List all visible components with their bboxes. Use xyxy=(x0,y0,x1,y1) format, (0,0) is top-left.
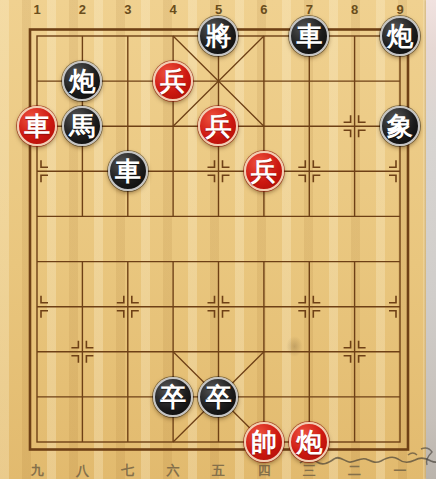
piece-black-elephant[interactable]: 象 xyxy=(380,106,420,146)
piece-black-cannon-b[interactable]: 炮 xyxy=(62,61,102,101)
file-label-bottom-6: 四 xyxy=(257,464,270,477)
piece-red-chariot[interactable]: 車 xyxy=(17,106,57,146)
file-label-bottom-8: 二 xyxy=(348,464,361,477)
piece-black-chariot-a[interactable]: 車 xyxy=(289,16,329,56)
piece-black-soldier-a[interactable]: 卒 xyxy=(153,377,193,417)
piece-black-general[interactable]: 將 xyxy=(198,16,238,56)
piece-red-soldier-b[interactable]: 兵 xyxy=(198,106,238,146)
piece-black-chariot-b[interactable]: 車 xyxy=(108,151,148,191)
piece-red-soldier-c[interactable]: 兵 xyxy=(244,151,284,191)
file-label-bottom-5: 五 xyxy=(212,464,225,477)
piece-red-soldier-a[interactable]: 兵 xyxy=(153,61,193,101)
piece-black-soldier-b[interactable]: 卒 xyxy=(198,377,238,417)
piece-black-horse[interactable]: 馬 xyxy=(62,106,102,146)
file-label-bottom-2: 八 xyxy=(76,464,89,477)
board-grid[interactable]: 將車炮炮兵車馬兵象車兵卒卒帥炮 xyxy=(14,13,422,464)
piece-red-cannon[interactable]: 炮 xyxy=(289,422,329,462)
piece-black-cannon-a[interactable]: 炮 xyxy=(380,16,420,56)
piece-red-general[interactable]: 帥 xyxy=(244,422,284,462)
file-label-bottom-9: 一 xyxy=(394,464,407,477)
xiangqi-screen: 123456789 九八七六五四三二一 將車炮炮兵車馬兵象車兵卒卒帥炮 xyxy=(0,0,436,479)
file-label-bottom-4: 六 xyxy=(167,464,180,477)
file-label-bottom-7: 三 xyxy=(303,464,316,477)
file-label-bottom-1: 九 xyxy=(31,464,44,477)
file-label-bottom-3: 七 xyxy=(121,464,134,477)
